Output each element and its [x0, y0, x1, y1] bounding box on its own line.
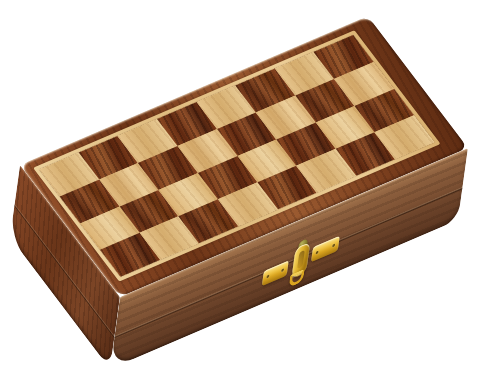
brass-latch-clasp — [260, 231, 341, 301]
latch-screw-icon — [315, 250, 318, 254]
latch-screw-icon — [281, 268, 284, 272]
product-photo-chess-box — [0, 0, 500, 366]
latch-plate-left — [262, 260, 289, 286]
latch-hook-ring — [288, 269, 305, 288]
latch-plate-right — [311, 236, 340, 262]
latch-screw-icon — [332, 243, 335, 247]
latch-screw-icon — [266, 274, 269, 278]
